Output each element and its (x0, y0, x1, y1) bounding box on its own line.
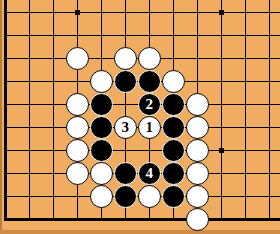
white-stone (114, 47, 137, 70)
white-stone (162, 70, 185, 93)
black-stone (162, 139, 185, 162)
white-stone (186, 93, 209, 116)
white-stone (90, 162, 113, 185)
black-stone (162, 185, 185, 208)
white-stone (90, 70, 113, 93)
white-stone (186, 116, 209, 139)
black-stone (138, 70, 161, 93)
white-stone: 1 (138, 116, 161, 139)
black-stone: 2 (138, 93, 161, 116)
white-stone (186, 162, 209, 185)
white-stone (66, 93, 89, 116)
white-stone (66, 47, 89, 70)
black-stone (162, 116, 185, 139)
black-stone (162, 93, 185, 116)
white-stone (90, 185, 113, 208)
star-point (219, 148, 224, 153)
white-stone (186, 139, 209, 162)
black-stone (90, 93, 113, 116)
move-number-label: 2 (146, 97, 154, 112)
black-stone (114, 70, 137, 93)
white-stone (138, 47, 161, 70)
white-stone (66, 162, 89, 185)
white-stone: 3 (114, 116, 137, 139)
white-stone (138, 185, 161, 208)
go-diagram: 2314 (0, 0, 280, 234)
go-board: 2314 (0, 1, 280, 231)
black-stone (114, 162, 137, 185)
white-stone (66, 116, 89, 139)
board-left-shading (0, 0, 2, 234)
black-stone (90, 139, 113, 162)
move-number-label: 1 (146, 120, 154, 135)
board-bottom-shading (0, 230, 280, 234)
star-point (219, 10, 224, 15)
black-stone (114, 185, 137, 208)
black-stone (162, 162, 185, 185)
white-stone (186, 185, 209, 208)
move-number-label: 4 (146, 166, 154, 181)
white-stone (186, 208, 209, 231)
black-stone: 4 (138, 162, 161, 185)
star-point (75, 10, 80, 15)
move-number-label: 3 (122, 120, 130, 135)
white-stone (66, 139, 89, 162)
black-stone (90, 116, 113, 139)
